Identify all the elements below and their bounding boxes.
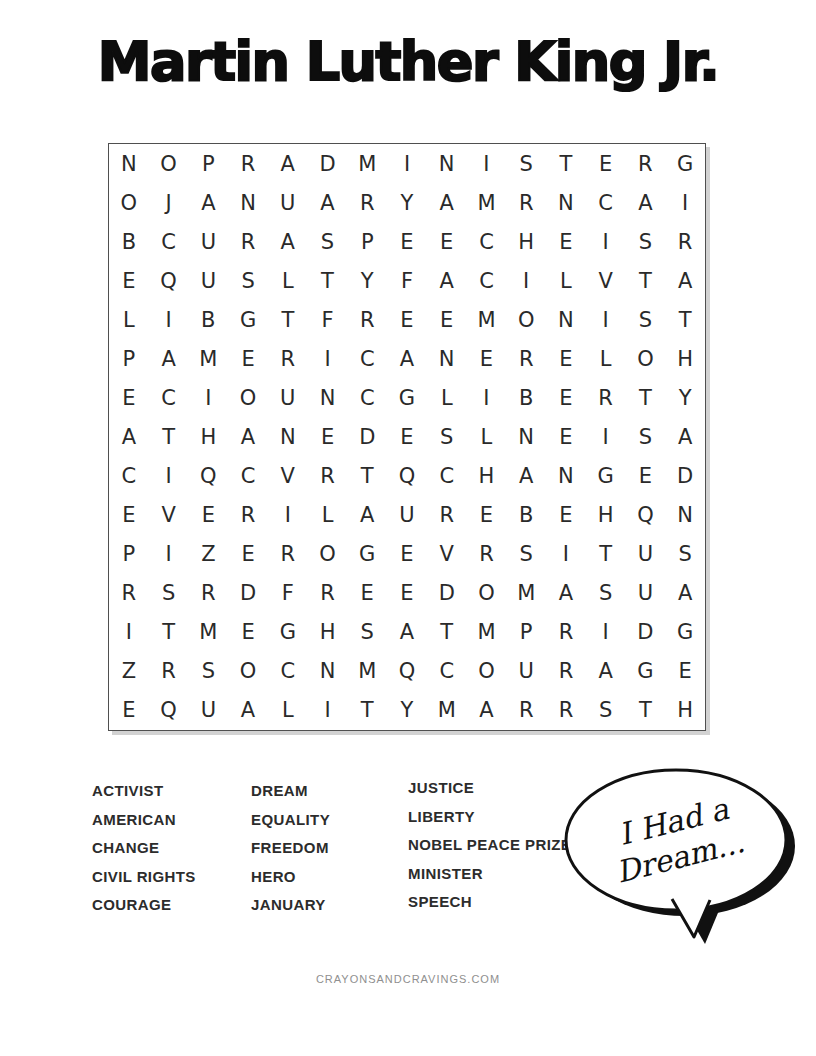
word-list-column-1: ACTIVISTAMERICANCHANGECIVIL RIGHTSCOURAG… xyxy=(92,782,196,925)
word-item: JANUARY xyxy=(251,896,330,912)
grid-cell-r13c12[interactable]: R xyxy=(546,613,586,652)
grid-cell-r7c12[interactable]: E xyxy=(546,378,586,417)
grid-cell-r3c4[interactable]: R xyxy=(228,222,268,261)
grid-cell-r12c14[interactable]: U xyxy=(626,574,666,613)
grid-cell-r14c12[interactable]: R xyxy=(546,652,586,691)
grid-cell-r3c8[interactable]: E xyxy=(387,222,427,261)
grid-cell-r7c13[interactable]: R xyxy=(586,378,626,417)
grid-cell-r9c2[interactable]: I xyxy=(149,457,189,496)
word-item: COURAGE xyxy=(92,896,196,912)
grid-cell-r1c6[interactable]: D xyxy=(308,144,348,183)
grid-cell-r13c10[interactable]: M xyxy=(467,613,507,652)
grid-cell-r6c12[interactable]: E xyxy=(546,339,586,378)
grid-cell-r8c8[interactable]: E xyxy=(387,417,427,456)
grid-cell-r13c8[interactable]: A xyxy=(387,613,427,652)
grid-cell-r12c7[interactable]: E xyxy=(347,574,387,613)
grid-cell-r9c12[interactable]: N xyxy=(546,457,586,496)
grid-cell-r1c3[interactable]: P xyxy=(188,144,228,183)
grid-cell-r8c2[interactable]: T xyxy=(149,417,189,456)
grid-cell-r3c12[interactable]: E xyxy=(546,222,586,261)
grid-cell-r6c4[interactable]: E xyxy=(228,339,268,378)
grid-cell-r5c3[interactable]: B xyxy=(188,300,228,339)
grid-cell-r3c5[interactable]: A xyxy=(268,222,308,261)
grid-cell-r4c3[interactable]: U xyxy=(188,261,228,300)
grid-cell-r1c14[interactable]: R xyxy=(626,144,666,183)
grid-cell-r6c9[interactable]: N xyxy=(427,339,467,378)
grid-cell-r10c12[interactable]: E xyxy=(546,496,586,535)
grid-cell-r9c3[interactable]: Q xyxy=(188,457,228,496)
grid-cell-r6c3[interactable]: M xyxy=(188,339,228,378)
word-list-column-3: JUSTICELIBERTYNOBEL PEACE PRIZEMINISTERS… xyxy=(408,779,571,922)
word-item: EQUALITY xyxy=(251,811,330,827)
grid-cell-r3c7[interactable]: P xyxy=(347,222,387,261)
grid-cell-r6c11[interactable]: R xyxy=(506,339,546,378)
grid-cell-r15c12[interactable]: R xyxy=(546,691,586,730)
grid-cell-r10c2[interactable]: V xyxy=(149,496,189,535)
grid-cell-r13c4[interactable]: E xyxy=(228,613,268,652)
word-item: DREAM xyxy=(251,782,330,798)
footer-url: CRAYONSANDCRAVINGS.COM xyxy=(0,973,816,985)
page-title: Martin Luther King Jr. xyxy=(0,30,816,93)
grid-cell-r4c7[interactable]: Y xyxy=(347,261,387,300)
grid-cell-r15c9[interactable]: M xyxy=(427,691,467,730)
grid-cell-r9c11[interactable]: A xyxy=(506,457,546,496)
grid-cell-r5c13[interactable]: I xyxy=(586,300,626,339)
grid-cell-r8c15[interactable]: A xyxy=(665,417,705,456)
grid-cell-r3c11[interactable]: H xyxy=(506,222,546,261)
grid-cell-r2c7[interactable]: R xyxy=(347,183,387,222)
grid-cell-r7c9[interactable]: L xyxy=(427,378,467,417)
word-item: CIVIL RIGHTS xyxy=(92,868,196,884)
grid-cell-r10c4[interactable]: R xyxy=(228,496,268,535)
word-item: NOBEL PEACE PRIZE xyxy=(408,836,571,852)
grid-cell-r8c10[interactable]: L xyxy=(467,417,507,456)
grid-cell-r7c7[interactable]: C xyxy=(347,378,387,417)
grid-cell-r6c1[interactable]: P xyxy=(109,339,149,378)
grid-cell-r13c3[interactable]: M xyxy=(188,613,228,652)
grid-cell-r12c6[interactable]: R xyxy=(308,574,348,613)
grid-cell-r5c6[interactable]: F xyxy=(308,300,348,339)
grid-cell-r3c13[interactable]: I xyxy=(586,222,626,261)
grid-cell-r10c14[interactable]: Q xyxy=(626,496,666,535)
grid-cell-r1c10[interactable]: I xyxy=(467,144,507,183)
grid-cell-r5c7[interactable]: R xyxy=(347,300,387,339)
grid-cell-r4c4[interactable]: S xyxy=(228,261,268,300)
grid-cell-r14c7[interactable]: M xyxy=(347,652,387,691)
grid-cell-r11c1[interactable]: P xyxy=(109,535,149,574)
grid-cell-r10c15[interactable]: N xyxy=(665,496,705,535)
grid-cell-r1c8[interactable]: I xyxy=(387,144,427,183)
grid-cell-r14c15[interactable]: E xyxy=(665,652,705,691)
grid-cell-r9c13[interactable]: G xyxy=(586,457,626,496)
grid-cell-r3c14[interactable]: S xyxy=(626,222,666,261)
grid-cell-r15c7[interactable]: T xyxy=(347,691,387,730)
grid-cell-r9c15[interactable]: D xyxy=(665,457,705,496)
grid-cell-r9c9[interactable]: C xyxy=(427,457,467,496)
grid-cell-r7c1[interactable]: E xyxy=(109,378,149,417)
grid-cell-r3c15[interactable]: R xyxy=(665,222,705,261)
grid-cell-r12c1[interactable]: R xyxy=(109,574,149,613)
grid-cell-r7c10[interactable]: I xyxy=(467,378,507,417)
grid-cell-r9c1[interactable]: C xyxy=(109,457,149,496)
grid-cell-r10c8[interactable]: U xyxy=(387,496,427,535)
grid-cell-r7c15[interactable]: Y xyxy=(665,378,705,417)
grid-cell-r11c12[interactable]: I xyxy=(546,535,586,574)
grid-cell-r15c15[interactable]: H xyxy=(665,691,705,730)
grid-cell-r10c7[interactable]: A xyxy=(347,496,387,535)
grid-cell-r11c13[interactable]: T xyxy=(586,535,626,574)
grid-cell-r6c15[interactable]: H xyxy=(665,339,705,378)
grid-cell-r5c11[interactable]: O xyxy=(506,300,546,339)
grid-cell-r5c9[interactable]: E xyxy=(427,300,467,339)
grid-cell-r14c3[interactable]: S xyxy=(188,652,228,691)
grid-cell-r8c13[interactable]: I xyxy=(586,417,626,456)
grid-cell-r8c7[interactable]: D xyxy=(347,417,387,456)
grid-cell-r14c1[interactable]: Z xyxy=(109,652,149,691)
grid-cell-r14c11[interactable]: U xyxy=(506,652,546,691)
grid-cell-r11c8[interactable]: E xyxy=(387,535,427,574)
grid-cell-r2c5[interactable]: U xyxy=(268,183,308,222)
grid-cell-r8c4[interactable]: A xyxy=(228,417,268,456)
grid-cell-r9c5[interactable]: V xyxy=(268,457,308,496)
grid-cell-r1c7[interactable]: M xyxy=(347,144,387,183)
word-item: AMERICAN xyxy=(92,811,196,827)
grid-cell-r6c14[interactable]: O xyxy=(626,339,666,378)
grid-cell-r1c15[interactable]: G xyxy=(665,144,705,183)
grid-cell-r14c6[interactable]: N xyxy=(308,652,348,691)
word-item: JUSTICE xyxy=(408,779,571,795)
grid-cell-r4c10[interactable]: C xyxy=(467,261,507,300)
grid-cell-r7c4[interactable]: O xyxy=(228,378,268,417)
speech-bubble: I Had a Dream... xyxy=(556,760,812,956)
grid-cell-r15c4[interactable]: A xyxy=(228,691,268,730)
grid-cell-r12c13[interactable]: S xyxy=(586,574,626,613)
grid-cell-r2c10[interactable]: M xyxy=(467,183,507,222)
grid-cell-r8c11[interactable]: N xyxy=(506,417,546,456)
grid-cell-r4c11[interactable]: I xyxy=(506,261,546,300)
grid-cell-r15c6[interactable]: I xyxy=(308,691,348,730)
grid-cell-r13c2[interactable]: T xyxy=(149,613,189,652)
grid-cell-r15c11[interactable]: R xyxy=(506,691,546,730)
grid-cell-r9c14[interactable]: E xyxy=(626,457,666,496)
word-list-column-2: DREAMEQUALITYFREEDOMHEROJANUARY xyxy=(251,782,330,925)
grid-cell-r2c8[interactable]: Y xyxy=(387,183,427,222)
grid-cell-r10c11[interactable]: B xyxy=(506,496,546,535)
grid-cell-r15c13[interactable]: S xyxy=(586,691,626,730)
grid-cell-r1c12[interactable]: T xyxy=(546,144,586,183)
grid-cell-r3c1[interactable]: B xyxy=(109,222,149,261)
grid-cell-r14c2[interactable]: R xyxy=(149,652,189,691)
wordsearch-grid: NOPRADMINISTERGOJANUARYAMRNCAIBCURASPEEC… xyxy=(108,143,706,731)
grid-cell-r8c14[interactable]: S xyxy=(626,417,666,456)
grid-cell-r15c10[interactable]: A xyxy=(467,691,507,730)
grid-cell-r7c14[interactable]: T xyxy=(626,378,666,417)
grid-cell-r4c12[interactable]: L xyxy=(546,261,586,300)
grid-cell-r7c8[interactable]: G xyxy=(387,378,427,417)
grid-cell-r8c1[interactable]: A xyxy=(109,417,149,456)
grid-cell-r8c9[interactable]: S xyxy=(427,417,467,456)
grid-cell-r13c1[interactable]: I xyxy=(109,613,149,652)
word-item: LIBERTY xyxy=(408,808,571,824)
grid-cell-r11c2[interactable]: I xyxy=(149,535,189,574)
grid-cell-r14c13[interactable]: A xyxy=(586,652,626,691)
grid-cell-r5c14[interactable]: S xyxy=(626,300,666,339)
grid-cell-r8c6[interactable]: E xyxy=(308,417,348,456)
grid-cell-r5c4[interactable]: G xyxy=(228,300,268,339)
grid-cell-r6c8[interactable]: A xyxy=(387,339,427,378)
grid-cell-r12c11[interactable]: M xyxy=(506,574,546,613)
grid-cell-r12c4[interactable]: D xyxy=(228,574,268,613)
grid-cell-r4c1[interactable]: E xyxy=(109,261,149,300)
grid-cell-r6c13[interactable]: L xyxy=(586,339,626,378)
grid-cell-r5c15[interactable]: T xyxy=(665,300,705,339)
grid-cell-r5c8[interactable]: E xyxy=(387,300,427,339)
grid-cell-r4c2[interactable]: Q xyxy=(149,261,189,300)
grid-cell-r6c7[interactable]: C xyxy=(347,339,387,378)
grid-cell-r13c7[interactable]: S xyxy=(347,613,387,652)
word-item: FREEDOM xyxy=(251,839,330,855)
grid-cell-r14c5[interactable]: C xyxy=(268,652,308,691)
word-item: MINISTER xyxy=(408,865,571,881)
grid-cell-r2c13[interactable]: C xyxy=(586,183,626,222)
grid-cell-r7c2[interactable]: C xyxy=(149,378,189,417)
grid-cell-r2c12[interactable]: N xyxy=(546,183,586,222)
word-item: HERO xyxy=(251,868,330,884)
grid-cell-r10c3[interactable]: E xyxy=(188,496,228,535)
grid-cell-r15c14[interactable]: T xyxy=(626,691,666,730)
grid-cell-r10c6[interactable]: L xyxy=(308,496,348,535)
grid-cell-r11c3[interactable]: Z xyxy=(188,535,228,574)
grid-cell-r4c9[interactable]: A xyxy=(427,261,467,300)
grid-cell-r12c15[interactable]: A xyxy=(665,574,705,613)
grid-cell-r10c10[interactable]: E xyxy=(467,496,507,535)
grid-cell-r5c10[interactable]: M xyxy=(467,300,507,339)
grid-cell-r11c4[interactable]: E xyxy=(228,535,268,574)
grid-cell-r4c15[interactable]: A xyxy=(665,261,705,300)
grid-cell-r3c3[interactable]: U xyxy=(188,222,228,261)
grid-cell-r12c3[interactable]: R xyxy=(188,574,228,613)
grid-cell-r12c5[interactable]: F xyxy=(268,574,308,613)
grid-cell-r9c7[interactable]: T xyxy=(347,457,387,496)
grid-cell-r8c5[interactable]: N xyxy=(268,417,308,456)
grid-cell-r15c3[interactable]: U xyxy=(188,691,228,730)
grid-cell-r13c11[interactable]: P xyxy=(506,613,546,652)
grid-cell-r11c9[interactable]: V xyxy=(427,535,467,574)
grid-cell-r4c8[interactable]: F xyxy=(387,261,427,300)
grid-cell-r5c2[interactable]: I xyxy=(149,300,189,339)
grid-cell-r15c2[interactable]: Q xyxy=(149,691,189,730)
grid-cell-r5c1[interactable]: L xyxy=(109,300,149,339)
grid-cell-r1c9[interactable]: N xyxy=(427,144,467,183)
grid-cell-r10c1[interactable]: E xyxy=(109,496,149,535)
worksheet-page: { "game": "word-search", "title": "Marti… xyxy=(0,0,816,1056)
grid-cell-r10c13[interactable]: H xyxy=(586,496,626,535)
grid-cell-r8c12[interactable]: E xyxy=(546,417,586,456)
grid-cell-r6c10[interactable]: E xyxy=(467,339,507,378)
grid-cell-r13c13[interactable]: I xyxy=(586,613,626,652)
grid-cell-r6c5[interactable]: R xyxy=(268,339,308,378)
grid-cell-r14c9[interactable]: C xyxy=(427,652,467,691)
grid-cell-r6c6[interactable]: I xyxy=(308,339,348,378)
grid-cell-r13c15[interactable]: G xyxy=(665,613,705,652)
word-item: ACTIVIST xyxy=(92,782,196,798)
grid-cell-r15c8[interactable]: Y xyxy=(387,691,427,730)
grid-cell-r5c12[interactable]: N xyxy=(546,300,586,339)
grid-cell-r1c1[interactable]: N xyxy=(109,144,149,183)
grid-cell-r2c1[interactable]: O xyxy=(109,183,149,222)
grid-cell-r1c13[interactable]: E xyxy=(586,144,626,183)
grid-cell-r9c8[interactable]: Q xyxy=(387,457,427,496)
grid-cell-r1c11[interactable]: S xyxy=(506,144,546,183)
grid-cell-r14c10[interactable]: O xyxy=(467,652,507,691)
grid-cell-r4c13[interactable]: V xyxy=(586,261,626,300)
grid-cell-r15c5[interactable]: L xyxy=(268,691,308,730)
grid-cell-r14c14[interactable]: G xyxy=(626,652,666,691)
grid-cell-r11c14[interactable]: U xyxy=(626,535,666,574)
grid-cell-r13c9[interactable]: T xyxy=(427,613,467,652)
grid-cell-r1c2[interactable]: O xyxy=(149,144,189,183)
word-item: CHANGE xyxy=(92,839,196,855)
grid-cell-r2c11[interactable]: R xyxy=(506,183,546,222)
grid-cell-r3c6[interactable]: S xyxy=(308,222,348,261)
grid-cell-r5c5[interactable]: T xyxy=(268,300,308,339)
grid-cell-r7c11[interactable]: B xyxy=(506,378,546,417)
grid-cell-r7c3[interactable]: I xyxy=(188,378,228,417)
grid-cell-r4c6[interactable]: T xyxy=(308,261,348,300)
grid-cell-r8c3[interactable]: H xyxy=(188,417,228,456)
grid-cell-r9c4[interactable]: C xyxy=(228,457,268,496)
grid-cell-r12c9[interactable]: D xyxy=(427,574,467,613)
grid-cell-r13c5[interactable]: G xyxy=(268,613,308,652)
grid-cell-r4c14[interactable]: T xyxy=(626,261,666,300)
grid-cell-r3c9[interactable]: E xyxy=(427,222,467,261)
grid-cell-r10c5[interactable]: I xyxy=(268,496,308,535)
grid-cell-r2c4[interactable]: N xyxy=(228,183,268,222)
grid-cell-r2c14[interactable]: A xyxy=(626,183,666,222)
grid-cell-r9c6[interactable]: R xyxy=(308,457,348,496)
word-item: SPEECH xyxy=(408,893,571,909)
grid-cell-r11c7[interactable]: G xyxy=(347,535,387,574)
grid-cell-r3c2[interactable]: C xyxy=(149,222,189,261)
grid-cell-r12c12[interactable]: A xyxy=(546,574,586,613)
grid-cell-r2c3[interactable]: A xyxy=(188,183,228,222)
grid-cell-r12c2[interactable]: S xyxy=(149,574,189,613)
grid-cell-r11c5[interactable]: R xyxy=(268,535,308,574)
grid-cell-r2c2[interactable]: J xyxy=(149,183,189,222)
grid-cell-r12c8[interactable]: E xyxy=(387,574,427,613)
grid-cell-r14c4[interactable]: O xyxy=(228,652,268,691)
grid-cell-r10c9[interactable]: R xyxy=(427,496,467,535)
grid-cell-r14c8[interactable]: Q xyxy=(387,652,427,691)
grid-cell-r2c15[interactable]: I xyxy=(665,183,705,222)
grid-cell-r1c4[interactable]: R xyxy=(228,144,268,183)
grid-cell-r12c10[interactable]: O xyxy=(467,574,507,613)
grid-cell-r11c10[interactable]: R xyxy=(467,535,507,574)
grid-cell-r13c6[interactable]: H xyxy=(308,613,348,652)
grid-cell-r1c5[interactable]: A xyxy=(268,144,308,183)
grid-cell-r6c2[interactable]: A xyxy=(149,339,189,378)
grid-cell-r15c1[interactable]: E xyxy=(109,691,149,730)
grid-cell-r2c9[interactable]: A xyxy=(427,183,467,222)
grid-cell-r9c10[interactable]: H xyxy=(467,457,507,496)
grid-cell-r2c6[interactable]: A xyxy=(308,183,348,222)
grid-cell-r11c6[interactable]: O xyxy=(308,535,348,574)
grid-cell-r13c14[interactable]: D xyxy=(626,613,666,652)
grid-cell-r7c5[interactable]: U xyxy=(268,378,308,417)
grid-cell-r4c5[interactable]: L xyxy=(268,261,308,300)
grid-cell-r7c6[interactable]: N xyxy=(308,378,348,417)
grid-cell-r11c11[interactable]: S xyxy=(506,535,546,574)
grid-cell-r11c15[interactable]: S xyxy=(665,535,705,574)
grid-cell-r3c10[interactable]: C xyxy=(467,222,507,261)
